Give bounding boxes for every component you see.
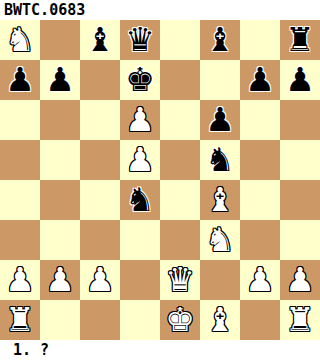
black-bishop-piece: ♝ (85, 20, 115, 60)
black-pawn-piece: ♟ (45, 60, 75, 100)
square-c5[interactable] (80, 140, 120, 180)
square-a8[interactable]: ♞ (0, 20, 40, 60)
square-b4[interactable] (40, 180, 80, 220)
square-h3[interactable] (280, 220, 320, 260)
chess-board: ♞♝♛♝♜♟♟♚♟♟♟♟♟♞♞♝♞♟♟♟♛♟♟♜♚♝♜ (0, 20, 320, 340)
white-pawn-piece: ♟ (45, 260, 75, 300)
square-c4[interactable] (80, 180, 120, 220)
square-f2[interactable] (200, 260, 240, 300)
status-bar: 1. ? (0, 340, 320, 360)
square-c7[interactable] (80, 60, 120, 100)
white-pawn-piece: ♟ (285, 260, 315, 300)
square-g2[interactable]: ♟ (240, 260, 280, 300)
square-h7[interactable]: ♟ (280, 60, 320, 100)
square-f7[interactable] (200, 60, 240, 100)
square-e1[interactable]: ♚ (160, 300, 200, 340)
white-bishop-piece: ♝ (205, 300, 235, 340)
square-a3[interactable] (0, 220, 40, 260)
square-d2[interactable] (120, 260, 160, 300)
square-f1[interactable]: ♝ (200, 300, 240, 340)
square-d4[interactable]: ♞ (120, 180, 160, 220)
square-b8[interactable] (40, 20, 80, 60)
square-a5[interactable] (0, 140, 40, 180)
square-h8[interactable]: ♜ (280, 20, 320, 60)
square-b2[interactable]: ♟ (40, 260, 80, 300)
square-d1[interactable] (120, 300, 160, 340)
black-knight-piece: ♞ (205, 140, 235, 180)
square-f3[interactable]: ♞ (200, 220, 240, 260)
square-f6[interactable]: ♟ (200, 100, 240, 140)
white-knight-piece: ♞ (5, 20, 35, 60)
white-pawn-piece: ♟ (5, 260, 35, 300)
square-h5[interactable] (280, 140, 320, 180)
white-pawn-piece: ♟ (245, 260, 275, 300)
square-b6[interactable] (40, 100, 80, 140)
square-d6[interactable]: ♟ (120, 100, 160, 140)
square-a4[interactable] (0, 180, 40, 220)
white-rook-piece: ♜ (5, 300, 35, 340)
square-g3[interactable] (240, 220, 280, 260)
square-e3[interactable] (160, 220, 200, 260)
square-f5[interactable]: ♞ (200, 140, 240, 180)
black-pawn-piece: ♟ (285, 60, 315, 100)
white-pawn-piece: ♟ (85, 260, 115, 300)
square-a2[interactable]: ♟ (0, 260, 40, 300)
square-g8[interactable] (240, 20, 280, 60)
title-bar: BWTC.0683 (0, 0, 320, 20)
square-e7[interactable] (160, 60, 200, 100)
square-f4[interactable]: ♝ (200, 180, 240, 220)
white-queen-piece: ♛ (165, 260, 195, 300)
white-bishop-piece: ♝ (205, 180, 235, 220)
white-pawn-piece: ♟ (125, 100, 155, 140)
black-king-piece: ♚ (125, 60, 155, 100)
square-a1[interactable]: ♜ (0, 300, 40, 340)
black-pawn-piece: ♟ (245, 60, 275, 100)
square-c8[interactable]: ♝ (80, 20, 120, 60)
square-d7[interactable]: ♚ (120, 60, 160, 100)
square-c2[interactable]: ♟ (80, 260, 120, 300)
square-b3[interactable] (40, 220, 80, 260)
square-e5[interactable] (160, 140, 200, 180)
square-d3[interactable] (120, 220, 160, 260)
square-g4[interactable] (240, 180, 280, 220)
white-knight-piece: ♞ (205, 220, 235, 260)
square-g1[interactable] (240, 300, 280, 340)
black-knight-piece: ♞ (125, 180, 155, 220)
square-g6[interactable] (240, 100, 280, 140)
square-e4[interactable] (160, 180, 200, 220)
square-c3[interactable] (80, 220, 120, 260)
square-b7[interactable]: ♟ (40, 60, 80, 100)
square-c1[interactable] (80, 300, 120, 340)
white-rook-piece: ♜ (285, 300, 315, 340)
square-d5[interactable]: ♟ (120, 140, 160, 180)
square-h6[interactable] (280, 100, 320, 140)
square-d8[interactable]: ♛ (120, 20, 160, 60)
square-a6[interactable] (0, 100, 40, 140)
square-h2[interactable]: ♟ (280, 260, 320, 300)
square-e2[interactable]: ♛ (160, 260, 200, 300)
black-bishop-piece: ♝ (205, 20, 235, 60)
white-king-piece: ♚ (165, 300, 195, 340)
puzzle-title: BWTC.0683 (4, 1, 85, 19)
square-e6[interactable] (160, 100, 200, 140)
square-g7[interactable]: ♟ (240, 60, 280, 100)
square-f8[interactable]: ♝ (200, 20, 240, 60)
square-h1[interactable]: ♜ (280, 300, 320, 340)
square-h4[interactable] (280, 180, 320, 220)
black-rook-piece: ♜ (285, 20, 315, 60)
move-prompt: 1. ? (13, 341, 49, 359)
square-b1[interactable] (40, 300, 80, 340)
square-e8[interactable] (160, 20, 200, 60)
black-pawn-piece: ♟ (205, 100, 235, 140)
white-pawn-piece: ♟ (125, 140, 155, 180)
square-a7[interactable]: ♟ (0, 60, 40, 100)
black-queen-piece: ♛ (125, 20, 155, 60)
black-pawn-piece: ♟ (5, 60, 35, 100)
square-c6[interactable] (80, 100, 120, 140)
square-g5[interactable] (240, 140, 280, 180)
square-b5[interactable] (40, 140, 80, 180)
